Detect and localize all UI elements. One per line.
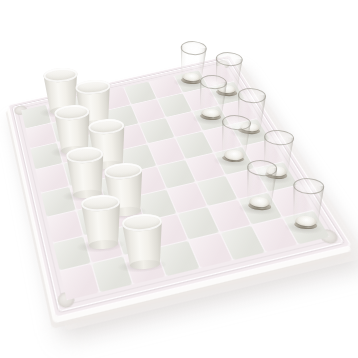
product-photo-scene — [0, 0, 358, 358]
frosted-shot-glass-piece — [121, 213, 165, 270]
frosted-shot-glass-piece — [81, 194, 124, 249]
clear-shot-glass-piece — [244, 159, 278, 212]
clear-shot-glass-piece — [219, 114, 252, 165]
clear-shot-glass-piece — [290, 177, 325, 231]
frosted-shot-glass-piece — [66, 146, 107, 199]
